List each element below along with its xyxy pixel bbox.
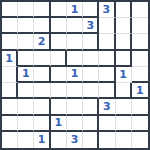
- cell-r3c7[interactable]: [116, 51, 132, 67]
- cell-r3c0[interactable]: 1: [2, 51, 18, 67]
- cell-r5c7[interactable]: [116, 83, 132, 99]
- cell-r8c1[interactable]: [18, 132, 34, 148]
- cell-r0c0[interactable]: [2, 2, 18, 18]
- cell-r6c7[interactable]: [116, 99, 132, 115]
- cell-r8c8[interactable]: [132, 132, 148, 148]
- cell-r2c5[interactable]: [83, 34, 99, 50]
- cell-r1c2[interactable]: [34, 18, 50, 34]
- cell-r3c1[interactable]: [18, 51, 34, 67]
- cell-r7c0[interactable]: [2, 116, 18, 132]
- cell-r7c1[interactable]: [18, 116, 34, 132]
- cell-r2c3[interactable]: [51, 34, 67, 50]
- cell-r4c6[interactable]: [99, 67, 115, 83]
- cell-r1c5[interactable]: 3: [83, 18, 99, 34]
- cell-r0c6[interactable]: 3: [99, 2, 115, 18]
- cell-r0c4[interactable]: 1: [67, 2, 83, 18]
- cell-r2c4[interactable]: [67, 34, 83, 50]
- cell-r2c2[interactable]: 2: [34, 34, 50, 50]
- cell-r7c8[interactable]: [132, 116, 148, 132]
- cell-r8c2[interactable]: 1: [34, 132, 50, 148]
- cell-r4c0[interactable]: [2, 67, 18, 83]
- cell-r3c4[interactable]: [67, 51, 83, 67]
- puzzle-board: 1332111113113: [0, 0, 150, 150]
- cell-r1c7[interactable]: [116, 18, 132, 34]
- cell-r3c8[interactable]: [132, 51, 148, 67]
- cell-r0c8[interactable]: [132, 2, 148, 18]
- cell-r2c8[interactable]: [132, 34, 148, 50]
- cell-r4c3[interactable]: [51, 67, 67, 83]
- cell-r5c4[interactable]: [67, 83, 83, 99]
- cell-r5c2[interactable]: [34, 83, 50, 99]
- cell-r1c3[interactable]: [51, 18, 67, 34]
- cell-r0c5[interactable]: [83, 2, 99, 18]
- cell-r5c1[interactable]: [18, 83, 34, 99]
- cell-r6c3[interactable]: [51, 99, 67, 115]
- cell-r4c4[interactable]: 1: [67, 67, 83, 83]
- cell-r5c3[interactable]: [51, 83, 67, 99]
- cell-r8c5[interactable]: [83, 132, 99, 148]
- cell-r7c6[interactable]: [99, 116, 115, 132]
- cell-r6c6[interactable]: 3: [99, 99, 115, 115]
- cell-r5c8[interactable]: 1: [132, 83, 148, 99]
- cell-r1c0[interactable]: [2, 18, 18, 34]
- cell-r5c0[interactable]: [2, 83, 18, 99]
- cell-r1c6[interactable]: [99, 18, 115, 34]
- cell-r6c0[interactable]: [2, 99, 18, 115]
- cell-r8c7[interactable]: [116, 132, 132, 148]
- cell-r7c2[interactable]: [34, 116, 50, 132]
- cell-r6c8[interactable]: [132, 99, 148, 115]
- cell-r7c7[interactable]: [116, 116, 132, 132]
- cell-r3c5[interactable]: [83, 51, 99, 67]
- cell-r7c4[interactable]: [67, 116, 83, 132]
- cell-r3c2[interactable]: [34, 51, 50, 67]
- cell-r2c6[interactable]: [99, 34, 115, 50]
- cell-r8c6[interactable]: [99, 132, 115, 148]
- cell-r7c5[interactable]: [83, 116, 99, 132]
- cell-r2c0[interactable]: [2, 34, 18, 50]
- cell-r0c1[interactable]: [18, 2, 34, 18]
- cell-r0c3[interactable]: [51, 2, 67, 18]
- cell-r3c3[interactable]: [51, 51, 67, 67]
- cell-r0c7[interactable]: [116, 2, 132, 18]
- cell-r5c6[interactable]: [99, 83, 115, 99]
- cell-r5c5[interactable]: [83, 83, 99, 99]
- cell-r2c7[interactable]: [116, 34, 132, 50]
- cell-r2c1[interactable]: [18, 34, 34, 50]
- cell-r4c5[interactable]: [83, 67, 99, 83]
- cell-r4c1[interactable]: 1: [18, 67, 34, 83]
- cell-r6c1[interactable]: [18, 99, 34, 115]
- cell-r8c0[interactable]: [2, 132, 18, 148]
- cell-r6c4[interactable]: [67, 99, 83, 115]
- cell-r6c5[interactable]: [83, 99, 99, 115]
- cell-r8c3[interactable]: [51, 132, 67, 148]
- cell-r8c4[interactable]: 3: [67, 132, 83, 148]
- cell-r0c2[interactable]: [34, 2, 50, 18]
- cell-r6c2[interactable]: [34, 99, 50, 115]
- cell-r1c8[interactable]: [132, 18, 148, 34]
- cell-r4c7[interactable]: 1: [116, 67, 132, 83]
- cell-r7c3[interactable]: 1: [51, 116, 67, 132]
- cell-r4c8[interactable]: [132, 67, 148, 83]
- cell-r4c2[interactable]: [34, 67, 50, 83]
- cell-r1c1[interactable]: [18, 18, 34, 34]
- cell-r1c4[interactable]: [67, 18, 83, 34]
- cell-r3c6[interactable]: [99, 51, 115, 67]
